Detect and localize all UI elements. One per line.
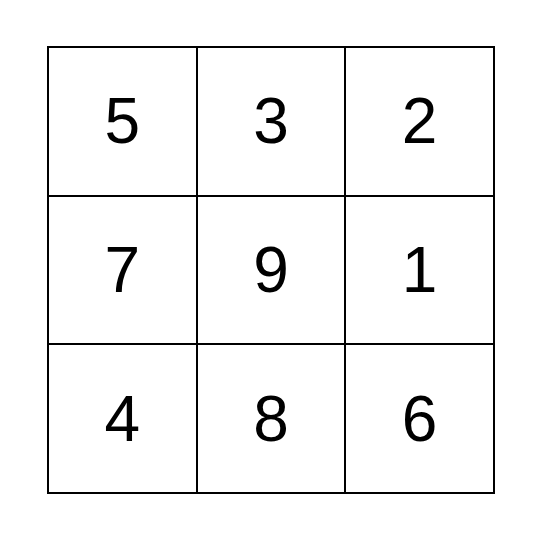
grid-cell-r2c2[interactable]: 9 xyxy=(198,197,345,344)
board-grid: 5 3 2 7 9 1 4 8 6 xyxy=(47,46,495,494)
grid-cell-r1c1[interactable]: 5 xyxy=(49,48,196,195)
grid-cell-r3c2[interactable]: 8 xyxy=(198,345,345,492)
grid-cell-r3c3[interactable]: 6 xyxy=(346,345,493,492)
grid-cell-r3c1[interactable]: 4 xyxy=(49,345,196,492)
grid-cell-r2c1[interactable]: 7 xyxy=(49,197,196,344)
grid-cell-r1c2[interactable]: 3 xyxy=(198,48,345,195)
grid-cell-r1c3[interactable]: 2 xyxy=(346,48,493,195)
grid-cell-r2c3[interactable]: 1 xyxy=(346,197,493,344)
